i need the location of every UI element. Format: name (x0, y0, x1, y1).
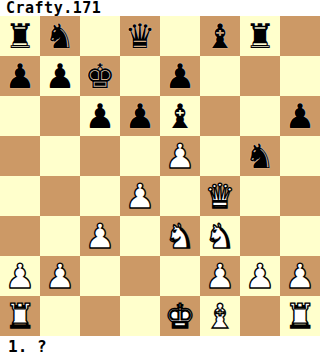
square-g2[interactable]: ♟ (240, 256, 280, 296)
crafty-window: Crafty.171 ♜♞♛♝♜♟♟♚♟♟♟♝♟♟♞♟♛♟♞♞♟♟♟♟♟♜♚♝♜… (0, 0, 320, 360)
white-rook-icon: ♜ (0, 296, 40, 336)
square-g1[interactable] (240, 296, 280, 336)
square-g8[interactable]: ♜ (240, 16, 280, 56)
square-d6[interactable]: ♟ (120, 96, 160, 136)
square-e3[interactable]: ♞ (160, 216, 200, 256)
square-g5[interactable]: ♞ (240, 136, 280, 176)
square-a2[interactable]: ♟ (0, 256, 40, 296)
square-h1[interactable]: ♜ (280, 296, 320, 336)
square-a7[interactable]: ♟ (0, 56, 40, 96)
white-pawn-icon: ♟ (200, 256, 240, 296)
square-e7[interactable]: ♟ (160, 56, 200, 96)
black-knight-icon: ♞ (40, 16, 80, 56)
white-rook-icon: ♜ (280, 296, 320, 336)
square-d5[interactable] (120, 136, 160, 176)
square-c8[interactable] (80, 16, 120, 56)
black-king-icon: ♚ (80, 56, 120, 96)
black-rook-icon: ♜ (240, 16, 280, 56)
square-e1[interactable]: ♚ (160, 296, 200, 336)
square-f2[interactable]: ♟ (200, 256, 240, 296)
chess-board: ♜♞♛♝♜♟♟♚♟♟♟♝♟♟♞♟♛♟♞♞♟♟♟♟♟♜♚♝♜ (0, 16, 320, 336)
square-e6[interactable]: ♝ (160, 96, 200, 136)
square-d2[interactable] (120, 256, 160, 296)
square-h5[interactable] (280, 136, 320, 176)
white-pawn-icon: ♟ (40, 256, 80, 296)
square-c1[interactable] (80, 296, 120, 336)
square-f3[interactable]: ♞ (200, 216, 240, 256)
black-pawn-icon: ♟ (280, 96, 320, 136)
black-bishop-icon: ♝ (200, 16, 240, 56)
white-queen-icon: ♛ (200, 176, 240, 216)
square-d8[interactable]: ♛ (120, 16, 160, 56)
black-queen-icon: ♛ (120, 16, 160, 56)
white-pawn-icon: ♟ (280, 256, 320, 296)
square-g4[interactable] (240, 176, 280, 216)
square-b6[interactable] (40, 96, 80, 136)
square-d1[interactable] (120, 296, 160, 336)
square-b8[interactable]: ♞ (40, 16, 80, 56)
move-prompt: 1. ? (0, 336, 320, 360)
white-pawn-icon: ♟ (80, 216, 120, 256)
square-e2[interactable] (160, 256, 200, 296)
square-c7[interactable]: ♚ (80, 56, 120, 96)
black-pawn-icon: ♟ (120, 96, 160, 136)
square-g6[interactable] (240, 96, 280, 136)
white-king-icon: ♚ (160, 296, 200, 336)
square-a3[interactable] (0, 216, 40, 256)
black-pawn-icon: ♟ (40, 56, 80, 96)
white-pawn-icon: ♟ (240, 256, 280, 296)
square-h3[interactable] (280, 216, 320, 256)
square-b3[interactable] (40, 216, 80, 256)
square-a1[interactable]: ♜ (0, 296, 40, 336)
white-pawn-icon: ♟ (120, 176, 160, 216)
square-f5[interactable] (200, 136, 240, 176)
square-a8[interactable]: ♜ (0, 16, 40, 56)
square-h8[interactable] (280, 16, 320, 56)
square-f4[interactable]: ♛ (200, 176, 240, 216)
square-d7[interactable] (120, 56, 160, 96)
square-c5[interactable] (80, 136, 120, 176)
square-h2[interactable]: ♟ (280, 256, 320, 296)
black-knight-icon: ♞ (240, 136, 280, 176)
square-f8[interactable]: ♝ (200, 16, 240, 56)
white-knight-icon: ♞ (160, 216, 200, 256)
square-e5[interactable]: ♟ (160, 136, 200, 176)
black-pawn-icon: ♟ (80, 96, 120, 136)
square-b5[interactable] (40, 136, 80, 176)
window-title: Crafty.171 (0, 0, 320, 16)
white-pawn-icon: ♟ (0, 256, 40, 296)
white-bishop-icon: ♝ (200, 296, 240, 336)
square-e8[interactable] (160, 16, 200, 56)
square-a4[interactable] (0, 176, 40, 216)
black-pawn-icon: ♟ (160, 56, 200, 96)
square-b7[interactable]: ♟ (40, 56, 80, 96)
square-b4[interactable] (40, 176, 80, 216)
square-b2[interactable]: ♟ (40, 256, 80, 296)
black-pawn-icon: ♟ (0, 56, 40, 96)
square-h6[interactable]: ♟ (280, 96, 320, 136)
square-c6[interactable]: ♟ (80, 96, 120, 136)
square-h4[interactable] (280, 176, 320, 216)
square-c4[interactable] (80, 176, 120, 216)
square-h7[interactable] (280, 56, 320, 96)
square-d4[interactable]: ♟ (120, 176, 160, 216)
square-f1[interactable]: ♝ (200, 296, 240, 336)
white-knight-icon: ♞ (200, 216, 240, 256)
square-e4[interactable] (160, 176, 200, 216)
square-f7[interactable] (200, 56, 240, 96)
square-a6[interactable] (0, 96, 40, 136)
square-d3[interactable] (120, 216, 160, 256)
black-rook-icon: ♜ (0, 16, 40, 56)
white-pawn-icon: ♟ (160, 136, 200, 176)
square-f6[interactable] (200, 96, 240, 136)
square-b1[interactable] (40, 296, 80, 336)
square-c3[interactable]: ♟ (80, 216, 120, 256)
black-bishop-icon: ♝ (160, 96, 200, 136)
square-g3[interactable] (240, 216, 280, 256)
square-a5[interactable] (0, 136, 40, 176)
square-c2[interactable] (80, 256, 120, 296)
square-g7[interactable] (240, 56, 280, 96)
